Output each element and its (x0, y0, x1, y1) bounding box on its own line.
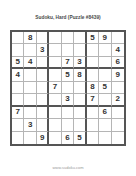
cell-r5c4: 7 (49, 82, 61, 94)
cell-r5c7: 8 (87, 82, 99, 94)
cell-r6c4 (49, 94, 61, 106)
cell-r2c9: 4 (112, 44, 124, 56)
cell-r6c8 (99, 94, 111, 106)
cell-r2c1 (12, 44, 24, 56)
cell-r8c6 (74, 119, 86, 131)
cell-r3c4 (49, 57, 61, 69)
cell-r9c5: 6 (62, 132, 74, 144)
cell-r7c4 (49, 107, 61, 119)
cell-r3c1: 5 (12, 57, 24, 69)
cell-r3c7 (87, 57, 99, 69)
cell-r1c8: 9 (99, 32, 111, 44)
cell-r1c6 (74, 32, 86, 44)
cell-r1c9 (112, 32, 124, 44)
cell-r9c9 (112, 132, 124, 144)
cell-r7c9 (112, 107, 124, 119)
cell-r3c3 (37, 57, 49, 69)
cell-r7c3 (37, 107, 49, 119)
cell-r8c9 (112, 119, 124, 131)
cell-r2c4 (49, 44, 61, 56)
cell-r8c1 (12, 119, 24, 131)
page-title: Sudoku, Hard (Puzzle #8439) (14, 15, 123, 20)
cell-r9c6: 5 (74, 132, 86, 144)
cell-r4c9: 9 (112, 69, 124, 81)
cell-r6c6 (74, 94, 86, 106)
cell-r2c7 (87, 44, 99, 56)
cell-r3c6: 3 (74, 57, 86, 69)
cell-r8c4 (49, 119, 61, 131)
cell-r1c3 (37, 32, 49, 44)
cell-r5c5 (62, 82, 74, 94)
cell-r9c2 (24, 132, 36, 144)
cell-r2c3: 3 (37, 44, 49, 56)
cell-r4c3 (37, 69, 49, 81)
cell-r4c1: 4 (12, 69, 24, 81)
cell-r5c1 (12, 82, 24, 94)
cell-r6c5: 3 (62, 94, 74, 106)
cell-r8c3 (37, 119, 49, 131)
cell-r3c8 (99, 57, 111, 69)
cell-r9c4 (49, 132, 61, 144)
cell-r3c9: 6 (112, 57, 124, 69)
cell-r5c8: 5 (99, 82, 111, 94)
cell-r9c8 (99, 132, 111, 144)
cell-r8c5 (62, 119, 74, 131)
cell-r6c9: 2 (112, 94, 124, 106)
cell-r8c2: 3 (24, 119, 36, 131)
cell-r3c5: 7 (62, 57, 74, 69)
cell-r9c7 (87, 132, 99, 144)
cell-r2c8 (99, 44, 111, 56)
cell-r5c6 (74, 82, 86, 94)
cell-r1c7: 5 (87, 32, 99, 44)
cell-r6c7: 7 (87, 94, 99, 106)
cell-r7c6 (74, 107, 86, 119)
cell-r2c2 (24, 44, 36, 56)
cell-r7c8: 6 (99, 107, 111, 119)
cell-r7c1: 7 (12, 107, 24, 119)
cell-r1c2: 8 (24, 32, 36, 44)
cell-r4c6: 8 (74, 69, 86, 81)
cell-r1c5 (62, 32, 74, 44)
cell-r6c3 (37, 94, 49, 106)
cell-r3c2: 4 (24, 57, 36, 69)
cell-r7c7 (87, 107, 99, 119)
cell-r8c7 (87, 119, 99, 131)
footer-url: www.sudoku.com (14, 165, 123, 170)
cell-r2c6 (74, 44, 86, 56)
cell-r2c5 (62, 44, 74, 56)
cell-r4c5: 5 (62, 69, 74, 81)
cell-r4c2 (24, 69, 36, 81)
cell-r4c8 (99, 69, 111, 81)
cell-r4c7 (87, 69, 99, 81)
sudoku-board: 85934547364589785372763965 (10, 30, 126, 146)
cell-r9c3: 9 (37, 132, 49, 144)
cell-r5c9 (112, 82, 124, 94)
cell-r7c5 (62, 107, 74, 119)
cell-r5c3 (37, 82, 49, 94)
cell-r6c2 (24, 94, 36, 106)
cell-r1c1 (12, 32, 24, 44)
cell-r7c2 (24, 107, 36, 119)
cell-r5c2 (24, 82, 36, 94)
cell-r6c1 (12, 94, 24, 106)
cell-r8c8 (99, 119, 111, 131)
cell-r1c4 (49, 32, 61, 44)
cell-r4c4 (49, 69, 61, 81)
cell-r9c1 (12, 132, 24, 144)
